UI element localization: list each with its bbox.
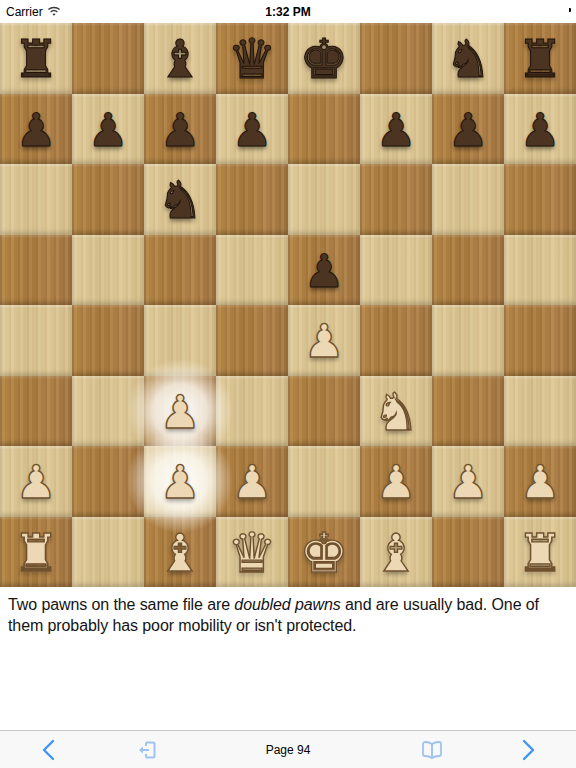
- clock: 1:32 PM: [0, 5, 576, 19]
- exit-board-button[interactable]: [128, 731, 164, 768]
- square-e2[interactable]: [288, 446, 360, 517]
- square-f4[interactable]: [360, 305, 432, 376]
- square-h8[interactable]: ♜: [504, 23, 576, 94]
- square-a7[interactable]: ♟: [0, 94, 72, 165]
- square-b5[interactable]: [72, 235, 144, 306]
- square-b7[interactable]: ♟: [72, 94, 144, 165]
- chevron-right-icon: [522, 739, 535, 761]
- lesson-text: Two pawns on the same file are doubled p…: [0, 587, 576, 636]
- piece-white-pawn: ♟: [504, 446, 576, 517]
- piece-black-knight: ♞: [144, 164, 216, 235]
- square-e4[interactable]: ♟: [288, 305, 360, 376]
- square-a3[interactable]: [0, 376, 72, 447]
- square-h1[interactable]: ♜: [504, 517, 576, 588]
- piece-white-bishop: ♝: [360, 517, 432, 588]
- square-h3[interactable]: [504, 376, 576, 447]
- square-g8[interactable]: ♞: [432, 23, 504, 94]
- chevron-left-icon: [42, 739, 55, 761]
- piece-black-pawn: ♟: [432, 94, 504, 165]
- square-c7[interactable]: ♟: [144, 94, 216, 165]
- square-b8[interactable]: [72, 23, 144, 94]
- square-f3[interactable]: ♞: [360, 376, 432, 447]
- piece-white-pawn: ♟: [144, 446, 216, 517]
- square-g5[interactable]: [432, 235, 504, 306]
- square-g1[interactable]: [432, 517, 504, 588]
- page-indicator: Page 94: [0, 731, 576, 768]
- carrier-label: Carrier: [6, 5, 43, 19]
- square-h2[interactable]: ♟: [504, 446, 576, 517]
- table-of-contents-button[interactable]: [414, 731, 450, 768]
- square-e6[interactable]: [288, 164, 360, 235]
- square-a8[interactable]: ♜: [0, 23, 72, 94]
- square-g7[interactable]: ♟: [432, 94, 504, 165]
- piece-white-pawn: ♟: [144, 376, 216, 447]
- square-e7[interactable]: [288, 94, 360, 165]
- square-c4[interactable]: [144, 305, 216, 376]
- square-g2[interactable]: ♟: [432, 446, 504, 517]
- piece-white-pawn: ♟: [360, 446, 432, 517]
- square-g4[interactable]: [432, 305, 504, 376]
- piece-black-rook: ♜: [504, 23, 576, 94]
- square-d3[interactable]: [216, 376, 288, 447]
- lesson-text-term: doubled pawns: [234, 596, 340, 613]
- square-g3[interactable]: [432, 376, 504, 447]
- piece-black-queen: ♛: [216, 23, 288, 94]
- square-f2[interactable]: ♟: [360, 446, 432, 517]
- chess-board[interactable]: ♜♝♛♚♞♜♟♟♟♟♟♟♟♞♟♟♟♞♟♟♟♟♟♟♜♝♛♚♝♜: [0, 23, 576, 587]
- next-page-button[interactable]: [512, 731, 544, 768]
- piece-white-bishop: ♝: [144, 517, 216, 588]
- piece-black-bishop: ♝: [144, 23, 216, 94]
- square-c1[interactable]: ♝: [144, 517, 216, 588]
- status-bar: Carrier 1:32 PM: [0, 0, 576, 23]
- square-b3[interactable]: [72, 376, 144, 447]
- piece-black-pawn: ♟: [144, 94, 216, 165]
- square-f7[interactable]: ♟: [360, 94, 432, 165]
- square-a6[interactable]: [0, 164, 72, 235]
- open-book-icon: [419, 740, 445, 760]
- square-h4[interactable]: [504, 305, 576, 376]
- piece-black-king: ♚: [288, 23, 360, 94]
- square-f8[interactable]: [360, 23, 432, 94]
- square-d7[interactable]: ♟: [216, 94, 288, 165]
- square-d5[interactable]: [216, 235, 288, 306]
- exit-icon: [134, 739, 158, 761]
- square-a1[interactable]: ♜: [0, 517, 72, 588]
- piece-white-pawn: ♟: [288, 305, 360, 376]
- square-b1[interactable]: [72, 517, 144, 588]
- square-c3[interactable]: ♟: [144, 376, 216, 447]
- lesson-text-before: Two pawns on the same file are: [8, 596, 234, 613]
- square-b4[interactable]: [72, 305, 144, 376]
- square-f6[interactable]: [360, 164, 432, 235]
- piece-white-king: ♚: [288, 517, 360, 588]
- piece-white-pawn: ♟: [216, 446, 288, 517]
- square-e8[interactable]: ♚: [288, 23, 360, 94]
- square-d6[interactable]: [216, 164, 288, 235]
- piece-white-pawn: ♟: [432, 446, 504, 517]
- square-c8[interactable]: ♝: [144, 23, 216, 94]
- piece-black-pawn: ♟: [288, 235, 360, 306]
- previous-page-button[interactable]: [32, 731, 64, 768]
- square-a2[interactable]: ♟: [0, 446, 72, 517]
- square-f1[interactable]: ♝: [360, 517, 432, 588]
- square-h6[interactable]: [504, 164, 576, 235]
- square-a4[interactable]: [0, 305, 72, 376]
- square-f5[interactable]: [360, 235, 432, 306]
- piece-black-pawn: ♟: [72, 94, 144, 165]
- square-h7[interactable]: ♟: [504, 94, 576, 165]
- square-a5[interactable]: [0, 235, 72, 306]
- piece-black-knight: ♞: [432, 23, 504, 94]
- square-d1[interactable]: ♛: [216, 517, 288, 588]
- square-e5[interactable]: ♟: [288, 235, 360, 306]
- square-b2[interactable]: [72, 446, 144, 517]
- wifi-icon: [47, 6, 61, 17]
- piece-black-pawn: ♟: [0, 94, 72, 165]
- piece-black-pawn: ♟: [360, 94, 432, 165]
- square-c5[interactable]: [144, 235, 216, 306]
- square-d2[interactable]: ♟: [216, 446, 288, 517]
- piece-white-knight: ♞: [360, 376, 432, 447]
- square-b6[interactable]: [72, 164, 144, 235]
- piece-black-pawn: ♟: [216, 94, 288, 165]
- bottom-toolbar: Page 94: [0, 730, 576, 768]
- piece-white-pawn: ♟: [0, 446, 72, 517]
- square-h5[interactable]: [504, 235, 576, 306]
- piece-white-rook: ♜: [504, 517, 576, 588]
- piece-white-rook: ♜: [0, 517, 72, 588]
- piece-white-queen: ♛: [216, 517, 288, 588]
- square-c6[interactable]: ♞: [144, 164, 216, 235]
- square-e3[interactable]: [288, 376, 360, 447]
- square-d8[interactable]: ♛: [216, 23, 288, 94]
- square-g6[interactable]: [432, 164, 504, 235]
- square-d4[interactable]: [216, 305, 288, 376]
- piece-black-pawn: ♟: [504, 94, 576, 165]
- square-e1[interactable]: ♚: [288, 517, 360, 588]
- square-c2[interactable]: ♟: [144, 446, 216, 517]
- piece-black-rook: ♜: [0, 23, 72, 94]
